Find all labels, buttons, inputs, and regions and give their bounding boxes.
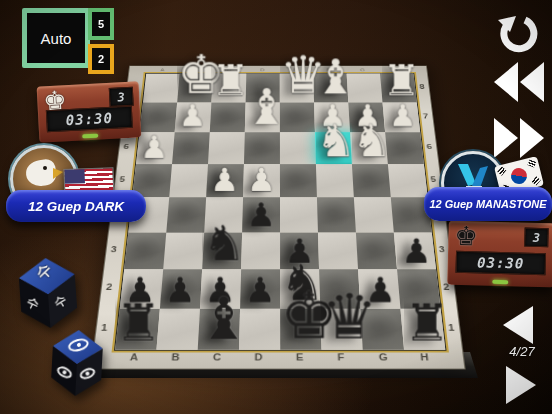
square-c7[interactable]	[210, 102, 246, 132]
white-pawn-g7[interactable]: ♟	[350, 101, 385, 131]
square-b6[interactable]	[172, 132, 210, 164]
square-h5[interactable]	[388, 164, 428, 197]
file-label-A: A	[130, 352, 139, 362]
orange-counter-badge: 2	[88, 44, 114, 74]
square-a6[interactable]: ♟	[136, 132, 175, 164]
black-pawn-d2[interactable]: ♟	[240, 272, 280, 307]
file-label-F: F	[337, 352, 344, 362]
square-h3[interactable]: ♟	[394, 232, 436, 269]
square-d4[interactable]: ♟	[242, 197, 280, 232]
white-pawn-b7[interactable]: ♟	[175, 101, 210, 131]
white-time-display: 03:30	[46, 106, 133, 132]
square-d2[interactable]: ♟	[240, 269, 280, 308]
file-label-top-D: D	[260, 68, 265, 72]
file-label-G: G	[379, 352, 388, 362]
square-f8[interactable]: ♝	[313, 74, 348, 103]
fast-forward-button[interactable]	[492, 116, 546, 160]
rank-label-left-6: 6	[123, 143, 129, 150]
file-label-top-H: H	[393, 68, 398, 72]
white-pawn-c5[interactable]: ♟	[206, 164, 243, 196]
square-a3[interactable]	[124, 232, 166, 269]
rank-label-right-6: 6	[426, 143, 432, 150]
rank-label-right-5: 5	[430, 175, 436, 183]
square-h7[interactable]: ♟	[383, 102, 421, 132]
square-e2[interactable]: ♞	[280, 269, 320, 308]
square-a1[interactable]: ♜	[115, 308, 160, 349]
square-b7[interactable]: ♟	[175, 102, 212, 132]
square-d5[interactable]: ♟	[243, 164, 280, 197]
square-g7[interactable]: ♟	[348, 102, 385, 132]
trigram	[532, 176, 541, 185]
square-d8[interactable]	[246, 74, 280, 103]
rotate-view-button[interactable]	[494, 12, 540, 58]
file-label-top-B: B	[193, 68, 198, 72]
next-move-button[interactable]	[506, 366, 536, 404]
square-h8[interactable]: ♜	[380, 74, 417, 103]
rank-label-right-7: 7	[423, 113, 429, 120]
square-e3[interactable]: ♟	[280, 232, 319, 269]
hint-dice-button[interactable]: 수 수 수	[18, 256, 79, 330]
white-clock-led	[82, 134, 98, 139]
move-counter: 4/27	[492, 344, 552, 359]
square-g5[interactable]	[352, 164, 391, 197]
auto-button[interactable]: Auto	[22, 8, 90, 68]
white-pawn-a6[interactable]: ♟	[136, 131, 172, 162]
white-pawn-h7[interactable]: ♟	[385, 101, 420, 131]
black-pawn-e3[interactable]: ♟	[280, 234, 319, 268]
black-pawn-a2[interactable]: ♟	[120, 272, 160, 307]
white-rook-h8[interactable]: ♜	[382, 59, 416, 101]
square-f4[interactable]	[317, 197, 356, 232]
file-label-D: D	[254, 352, 262, 362]
black-pawn-b2[interactable]: ♟	[160, 272, 200, 307]
square-e8[interactable]: ♛	[280, 74, 314, 103]
black-king-icon: ♚	[454, 223, 478, 250]
white-pawn-d5[interactable]: ♟	[243, 164, 280, 196]
chess-board-scene: ♚♜♛♝♜♟♝♟♟♟♟♞♞♟♟♟♞♟♟♟♟♟♟♞♟♜♝♚♛♜ AABBCCDDE…	[112, 0, 444, 412]
black-pawn-c2[interactable]: ♟	[200, 272, 240, 307]
square-d7[interactable]: ♝	[245, 102, 280, 132]
square-c3[interactable]: ♞	[202, 232, 242, 269]
white-pawn-f7[interactable]: ♟	[315, 101, 350, 131]
square-c5[interactable]: ♟	[206, 164, 244, 197]
eagle-eye	[43, 166, 47, 170]
white-clock: ♚ 3 03:30	[37, 81, 142, 142]
square-f5[interactable]	[316, 164, 354, 197]
square-f1[interactable]: ♛	[320, 308, 363, 349]
black-pawn-h3[interactable]: ♟	[397, 234, 436, 268]
square-g1[interactable]	[360, 308, 404, 349]
square-d3[interactable]	[241, 232, 280, 269]
square-d1[interactable]	[239, 308, 280, 349]
black-period-display: 3	[524, 228, 548, 248]
white-rook-c8[interactable]: ♜	[211, 59, 245, 101]
file-label-top-G: G	[360, 68, 365, 72]
board-grid: ♚♜♛♝♜♟♝♟♟♟♟♞♞♟♟♟♞♟♟♟♟♟♟♞♟♜♝♚♛♜	[114, 73, 447, 351]
square-c2[interactable]: ♟	[200, 269, 241, 308]
square-c6[interactable]	[208, 132, 245, 164]
square-b4[interactable]	[166, 197, 206, 232]
square-b3[interactable]	[163, 232, 204, 269]
square-b8[interactable]: ♚	[177, 74, 213, 103]
file-label-top-F: F	[327, 68, 331, 72]
file-label-top-C: C	[227, 68, 232, 72]
square-c1[interactable]: ♝	[198, 308, 240, 349]
square-c4[interactable]	[204, 197, 243, 232]
square-g8[interactable]	[347, 74, 383, 103]
white-player-name-banner: 12 Guep DARK	[6, 190, 146, 222]
square-d6[interactable]	[244, 132, 280, 164]
rank-label-right-8: 8	[419, 83, 425, 89]
taegeuk-symbol	[510, 167, 529, 186]
black-pawn-d4[interactable]: ♟	[242, 198, 280, 231]
white-period-display: 3	[109, 87, 134, 107]
square-e1[interactable]: ♚	[280, 308, 321, 349]
file-label-top-E: E	[293, 68, 297, 72]
square-b5[interactable]	[169, 164, 208, 197]
square-f7[interactable]: ♟	[314, 102, 350, 132]
trigram	[497, 166, 506, 175]
square-c8[interactable]: ♜	[211, 74, 246, 103]
square-f2[interactable]	[319, 269, 360, 308]
square-b1[interactable]	[156, 308, 200, 349]
file-label-H: H	[420, 352, 429, 362]
rewind-button[interactable]	[492, 60, 546, 104]
square-g6[interactable]: ♞	[350, 132, 388, 164]
square-h2[interactable]	[397, 269, 440, 308]
white-queen-e8[interactable]: ♛	[280, 49, 314, 101]
square-g3[interactable]	[356, 232, 397, 269]
square-a7[interactable]	[140, 102, 178, 132]
square-e7[interactable]	[280, 102, 315, 132]
square-a8[interactable]	[143, 74, 180, 103]
square-g2[interactable]: ♟	[358, 269, 400, 308]
rank-label-right-1: 1	[448, 323, 455, 332]
eagle-beak	[53, 168, 63, 179]
square-b2[interactable]: ♟	[160, 269, 202, 308]
rank-label-left-2: 2	[106, 283, 113, 292]
trigram	[528, 159, 537, 167]
square-f3[interactable]	[318, 232, 358, 269]
black-player-name-banner: 12 Guep MANASTONE	[424, 187, 552, 221]
square-a2[interactable]: ♟	[120, 269, 163, 308]
chess-board: ♚♜♛♝♜♟♝♟♟♟♟♞♞♟♟♟♞♟♟♟♟♟♟♞♟♜♝♚♛♜ AABBCCDDE…	[90, 66, 465, 370]
rank-label-right-3: 3	[438, 245, 445, 253]
previous-move-button[interactable]	[503, 306, 533, 344]
rank-label-left-5: 5	[119, 175, 125, 183]
square-f6[interactable]: ♞	[315, 132, 352, 164]
square-h6[interactable]	[385, 132, 424, 164]
black-clock-led	[492, 280, 508, 284]
file-label-top-A: A	[160, 68, 165, 72]
black-king-e1[interactable]: ♚	[280, 283, 321, 348]
square-e5[interactable]	[280, 164, 317, 197]
file-label-E: E	[296, 352, 304, 362]
black-time-display: 03:30	[455, 251, 546, 275]
watch-dice-button[interactable]	[50, 329, 103, 398]
white-bishop-f8[interactable]: ♝	[314, 53, 348, 101]
black-clock: ♚ 3 03:30	[447, 221, 552, 288]
us-flag-canton	[64, 169, 84, 184]
file-label-B: B	[171, 352, 180, 362]
square-e4[interactable]	[280, 197, 318, 232]
black-pawn-g2[interactable]: ♟	[360, 272, 400, 307]
square-h1[interactable]: ♜	[400, 308, 445, 349]
green-counter-badge: 5	[88, 8, 114, 40]
rank-label-left-3: 3	[110, 245, 117, 253]
white-king-b8[interactable]: ♚	[177, 47, 211, 101]
file-label-C: C	[213, 352, 222, 362]
square-g4[interactable]	[354, 197, 394, 232]
square-e6[interactable]	[280, 132, 316, 164]
